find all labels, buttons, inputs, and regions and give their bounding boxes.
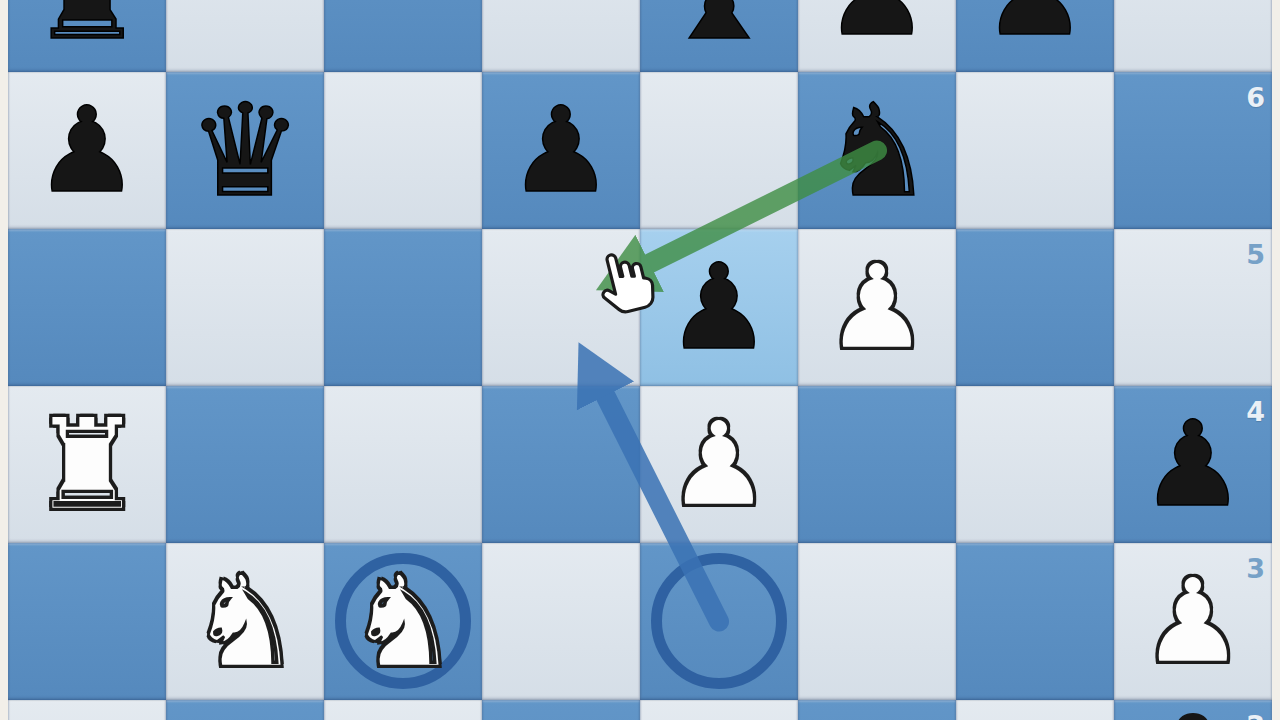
square-g5[interactable] [956, 229, 1114, 386]
square-a4[interactable]: ♜ [8, 386, 166, 543]
square-d7[interactable] [482, 0, 640, 72]
square-h3[interactable]: ♟3 [1114, 543, 1272, 700]
square-f2[interactable] [798, 700, 956, 720]
square-d4[interactable] [482, 386, 640, 543]
piece-black-p-a6[interactable]: ♟ [8, 72, 166, 229]
board-right-margin [1272, 0, 1280, 720]
square-e3[interactable] [640, 543, 798, 700]
square-h6[interactable]: 6 [1114, 72, 1272, 229]
square-e2[interactable] [640, 700, 798, 720]
square-c6[interactable] [324, 72, 482, 229]
square-c2[interactable] [324, 700, 482, 720]
board-left-margin [0, 0, 8, 720]
square-e4[interactable]: ♟ [640, 386, 798, 543]
square-a6[interactable]: ♟ [8, 72, 166, 229]
piece-white-p-e4[interactable]: ♟ [640, 386, 798, 543]
square-b2[interactable] [166, 700, 324, 720]
rank-label-h5: 5 [1246, 239, 1265, 270]
square-c3[interactable]: ♞ [324, 543, 482, 700]
square-f5[interactable]: ♟ [798, 229, 956, 386]
rank-label-h6: 6 [1246, 82, 1265, 113]
square-h2[interactable]: 2 [1114, 700, 1272, 720]
square-f6[interactable]: ♞ [798, 72, 956, 229]
square-g4[interactable] [956, 386, 1114, 543]
square-h5[interactable]: 5 [1114, 229, 1272, 386]
rank-label-h2: 2 [1246, 710, 1265, 720]
piece-black-p-d6[interactable]: ♟ [482, 72, 640, 229]
square-g2[interactable] [956, 700, 1114, 720]
square-e5[interactable]: ♟ [640, 229, 798, 386]
square-b3[interactable]: ♞ [166, 543, 324, 700]
square-g7[interactable]: ♟ [956, 0, 1114, 72]
square-d6[interactable]: ♟ [482, 72, 640, 229]
square-a2[interactable] [8, 700, 166, 720]
square-g6[interactable] [956, 72, 1114, 229]
square-c7[interactable] [324, 0, 482, 72]
piece-white-p-f5[interactable]: ♟ [798, 229, 956, 386]
square-f7[interactable]: ♟ [798, 0, 956, 72]
ring-e3 [651, 553, 787, 689]
piece-black-n-f6[interactable]: ♞ [798, 72, 956, 229]
piece-white-r-a4[interactable]: ♜ [8, 386, 166, 543]
piece-black-p-e5[interactable]: ♟ [640, 229, 798, 386]
piece-black-q-b6[interactable]: ♛ [166, 72, 324, 229]
rank-label-h3: 3 [1246, 553, 1265, 584]
rank-label-h4: 4 [1246, 396, 1265, 427]
square-e6[interactable] [640, 72, 798, 229]
square-b5[interactable] [166, 229, 324, 386]
square-a5[interactable] [8, 229, 166, 386]
square-d2[interactable] [482, 700, 640, 720]
square-c4[interactable] [324, 386, 482, 543]
square-c5[interactable] [324, 229, 482, 386]
square-a7[interactable]: ♜ [8, 0, 166, 72]
square-b7[interactable] [166, 0, 324, 72]
square-e7[interactable]: ♝ [640, 0, 798, 72]
square-a3[interactable] [8, 543, 166, 700]
square-d3[interactable] [482, 543, 640, 700]
square-d5[interactable] [482, 229, 640, 386]
square-f3[interactable] [798, 543, 956, 700]
square-f4[interactable] [798, 386, 956, 543]
square-b6[interactable]: ♛ [166, 72, 324, 229]
piece-black-p-g7[interactable]: ♟ [956, 0, 1114, 72]
piece-white-n-c3[interactable]: ♞ [324, 543, 482, 700]
square-g3[interactable] [956, 543, 1114, 700]
piece-white-n-b3[interactable]: ♞ [166, 543, 324, 700]
square-h7[interactable] [1114, 0, 1272, 72]
square-b4[interactable] [166, 386, 324, 543]
square-h4[interactable]: ♟4 [1114, 386, 1272, 543]
piece-black-b-e7[interactable]: ♝ [640, 0, 798, 72]
chess-board[interactable]: ♜♝♟♟♟♛♟♞6♟♟5♜♟♟4♞♞♟32 [8, 0, 1272, 720]
piece-black-p-f7[interactable]: ♟ [798, 0, 956, 72]
piece-black-r-a7[interactable]: ♜ [8, 0, 166, 72]
